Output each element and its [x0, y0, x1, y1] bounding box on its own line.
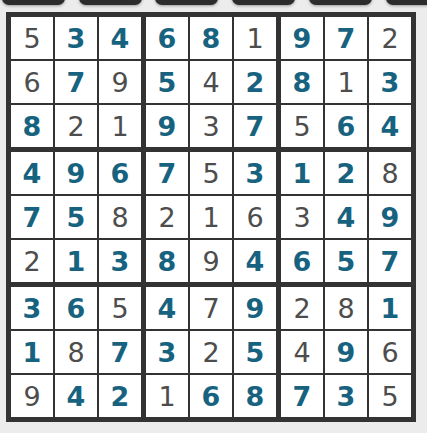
cell-r9c3[interactable]: 2	[99, 375, 141, 417]
cell-r1c3[interactable]: 4	[99, 17, 141, 59]
cell-r6c3[interactable]: 3	[99, 240, 141, 282]
cell-r5c6[interactable]: 6	[234, 196, 276, 238]
cell-r4c8[interactable]: 2	[325, 152, 367, 194]
cell-r7c8[interactable]: 8	[325, 287, 367, 329]
cell-r5c2[interactable]: 5	[55, 196, 97, 238]
cell-r9c6[interactable]: 8	[234, 375, 276, 417]
cell-r5c4[interactable]: 2	[146, 196, 188, 238]
cell-r7c9[interactable]: 1	[369, 287, 411, 329]
cell-r4c6[interactable]: 3	[234, 152, 276, 194]
toolbar-button-5[interactable]	[309, 0, 372, 5]
cell-r7c7[interactable]: 2	[281, 287, 323, 329]
cell-r3c7[interactable]: 5	[281, 105, 323, 147]
toolbar-button-6[interactable]	[386, 0, 427, 5]
cell-r1c7[interactable]: 9	[281, 17, 323, 59]
cell-r2c5[interactable]: 4	[190, 61, 232, 103]
cell-r9c8[interactable]: 3	[325, 375, 367, 417]
cell-r6c6[interactable]: 4	[234, 240, 276, 282]
cell-r8c6[interactable]: 5	[234, 331, 276, 373]
cell-r6c7[interactable]: 6	[281, 240, 323, 282]
cell-r2c3[interactable]: 9	[99, 61, 141, 103]
cell-r6c9[interactable]: 7	[369, 240, 411, 282]
cell-r3c4[interactable]: 9	[146, 105, 188, 147]
cell-r2c6[interactable]: 2	[234, 61, 276, 103]
toolbar-button-1[interactable]	[2, 0, 65, 5]
cell-r2c1[interactable]: 6	[11, 61, 53, 103]
cell-r2c8[interactable]: 1	[325, 61, 367, 103]
cell-r2c4[interactable]: 5	[146, 61, 188, 103]
cell-r8c2[interactable]: 8	[55, 331, 97, 373]
cell-r2c9[interactable]: 3	[369, 61, 411, 103]
cell-r9c2[interactable]: 4	[55, 375, 97, 417]
cell-r6c4[interactable]: 8	[146, 240, 188, 282]
cell-r2c7[interactable]: 8	[281, 61, 323, 103]
cell-r5c3[interactable]: 8	[99, 196, 141, 238]
cell-r9c9[interactable]: 5	[369, 375, 411, 417]
cell-r3c1[interactable]: 8	[11, 105, 53, 147]
cell-r1c1[interactable]: 5	[11, 17, 53, 59]
cell-r8c1[interactable]: 1	[11, 331, 53, 373]
cell-r1c8[interactable]: 7	[325, 17, 367, 59]
cell-r4c5[interactable]: 5	[190, 152, 232, 194]
cell-r4c4[interactable]: 7	[146, 152, 188, 194]
cell-r3c2[interactable]: 2	[55, 105, 97, 147]
cell-r1c4[interactable]: 6	[146, 17, 188, 59]
cell-r3c8[interactable]: 6	[325, 105, 367, 147]
toolbar-button-2[interactable]	[79, 0, 142, 5]
cell-r8c3[interactable]: 7	[99, 331, 141, 373]
cell-r5c9[interactable]: 9	[369, 196, 411, 238]
cell-r1c6[interactable]: 1	[234, 17, 276, 59]
toolbar-button-4[interactable]	[232, 0, 295, 5]
cell-r8c5[interactable]: 2	[190, 331, 232, 373]
cell-r6c5[interactable]: 9	[190, 240, 232, 282]
toolbar-button-3[interactable]	[155, 0, 218, 5]
cell-r4c3[interactable]: 6	[99, 152, 141, 194]
cell-r7c1[interactable]: 3	[11, 287, 53, 329]
cell-r5c8[interactable]: 4	[325, 196, 367, 238]
cell-r9c1[interactable]: 9	[11, 375, 53, 417]
cell-r9c7[interactable]: 7	[281, 375, 323, 417]
cell-r8c8[interactable]: 9	[325, 331, 367, 373]
cell-r7c5[interactable]: 7	[190, 287, 232, 329]
cell-r6c2[interactable]: 1	[55, 240, 97, 282]
cell-r6c1[interactable]: 2	[11, 240, 53, 282]
cell-r3c9[interactable]: 4	[369, 105, 411, 147]
cell-r6c8[interactable]: 5	[325, 240, 367, 282]
cell-r5c1[interactable]: 7	[11, 196, 53, 238]
cell-r5c7[interactable]: 3	[281, 196, 323, 238]
cell-r5c5[interactable]: 1	[190, 196, 232, 238]
cell-r7c3[interactable]: 5	[99, 287, 141, 329]
cell-r4c7[interactable]: 1	[281, 152, 323, 194]
cell-r1c9[interactable]: 2	[369, 17, 411, 59]
cell-r4c9[interactable]: 8	[369, 152, 411, 194]
cell-r9c4[interactable]: 1	[146, 375, 188, 417]
cell-r8c7[interactable]: 4	[281, 331, 323, 373]
cell-r3c6[interactable]: 7	[234, 105, 276, 147]
cell-r9c5[interactable]: 6	[190, 375, 232, 417]
cell-r8c9[interactable]: 6	[369, 331, 411, 373]
cell-r1c5[interactable]: 8	[190, 17, 232, 59]
cell-r8c4[interactable]: 3	[146, 331, 188, 373]
cell-r3c5[interactable]: 3	[190, 105, 232, 147]
cell-r7c4[interactable]: 4	[146, 287, 188, 329]
cell-r3c3[interactable]: 1	[99, 105, 141, 147]
cell-r4c1[interactable]: 4	[11, 152, 53, 194]
cell-r7c2[interactable]: 6	[55, 287, 97, 329]
cell-r2c2[interactable]: 7	[55, 61, 97, 103]
cell-r4c2[interactable]: 9	[55, 152, 97, 194]
cell-r1c2[interactable]: 3	[55, 17, 97, 59]
cell-r7c6[interactable]: 9	[234, 287, 276, 329]
sudoku-board: 5346819726795428138219375644967531287582…	[6, 12, 416, 422]
